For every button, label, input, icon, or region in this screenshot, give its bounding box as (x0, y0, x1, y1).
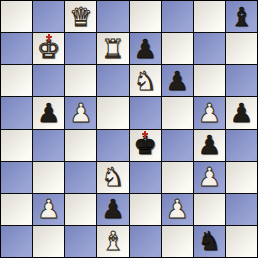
square-b2[interactable]: ♟ (33, 194, 64, 225)
square-h7[interactable] (226, 33, 257, 64)
square-g8[interactable] (194, 1, 225, 32)
square-f2[interactable]: ♟ (162, 194, 193, 225)
square-d8[interactable] (97, 1, 128, 32)
square-f4[interactable] (162, 130, 193, 161)
square-e4[interactable]: ♚ (130, 130, 161, 161)
square-a6[interactable] (1, 65, 32, 96)
piece-black-pawn: ♟ (101, 196, 124, 222)
square-e5[interactable] (130, 97, 161, 128)
square-a2[interactable] (1, 194, 32, 225)
square-c8[interactable]: ♛ (65, 1, 96, 32)
piece-black-pawn: ♟ (198, 132, 221, 158)
chess-board: ♛♝♚♜♟♞♟♟♟♟♟♚♟♞♟♟♟♟♝♞ (0, 0, 258, 258)
piece-white-rook: ♜ (101, 36, 124, 62)
piece-white-king: ♚ (37, 36, 60, 62)
piece-white-pawn: ♟ (198, 100, 221, 126)
piece-black-bishop: ♝ (230, 4, 253, 30)
square-g6[interactable] (194, 65, 225, 96)
piece-white-pawn: ♟ (198, 164, 221, 190)
square-g2[interactable] (194, 194, 225, 225)
piece-white-bishop: ♝ (101, 228, 124, 254)
square-h4[interactable] (226, 130, 257, 161)
square-b4[interactable] (33, 130, 64, 161)
square-b6[interactable] (33, 65, 64, 96)
square-b7[interactable]: ♚ (33, 33, 64, 64)
square-b5[interactable]: ♟ (33, 97, 64, 128)
square-g3[interactable]: ♟ (194, 162, 225, 193)
piece-black-king: ♚ (133, 132, 156, 158)
square-d3[interactable]: ♞ (97, 162, 128, 193)
square-b8[interactable] (33, 1, 64, 32)
square-d6[interactable] (97, 65, 128, 96)
square-f5[interactable] (162, 97, 193, 128)
piece-white-pawn: ♟ (37, 196, 60, 222)
square-a3[interactable] (1, 162, 32, 193)
square-d5[interactable] (97, 97, 128, 128)
piece-black-pawn: ♟ (133, 36, 156, 62)
square-d4[interactable] (97, 130, 128, 161)
square-g5[interactable]: ♟ (194, 97, 225, 128)
square-a5[interactable] (1, 97, 32, 128)
square-b1[interactable] (33, 226, 64, 257)
square-c7[interactable] (65, 33, 96, 64)
square-a7[interactable] (1, 33, 32, 64)
piece-white-knight: ♞ (101, 164, 124, 190)
square-h5[interactable]: ♟ (226, 97, 257, 128)
square-d7[interactable]: ♜ (97, 33, 128, 64)
square-f3[interactable] (162, 162, 193, 193)
square-g7[interactable] (194, 33, 225, 64)
square-c2[interactable] (65, 194, 96, 225)
square-h1[interactable] (226, 226, 257, 257)
square-h6[interactable] (226, 65, 257, 96)
square-c1[interactable] (65, 226, 96, 257)
square-f7[interactable] (162, 33, 193, 64)
square-a8[interactable] (1, 1, 32, 32)
piece-white-pawn: ♟ (166, 196, 189, 222)
piece-white-pawn: ♟ (69, 100, 92, 126)
square-f8[interactable] (162, 1, 193, 32)
piece-black-pawn: ♟ (230, 100, 253, 126)
square-a4[interactable] (1, 130, 32, 161)
square-h8[interactable]: ♝ (226, 1, 257, 32)
square-c5[interactable]: ♟ (65, 97, 96, 128)
square-b3[interactable] (33, 162, 64, 193)
chess-board-window: ♛♝♚♜♟♞♟♟♟♟♟♚♟♞♟♟♟♟♝♞ (0, 0, 258, 258)
square-e8[interactable] (130, 1, 161, 32)
square-e7[interactable]: ♟ (130, 33, 161, 64)
square-c6[interactable] (65, 65, 96, 96)
square-g1[interactable]: ♞ (194, 226, 225, 257)
piece-white-queen: ♛ (69, 4, 92, 30)
square-e3[interactable] (130, 162, 161, 193)
square-h3[interactable] (226, 162, 257, 193)
square-h2[interactable] (226, 194, 257, 225)
square-e1[interactable] (130, 226, 161, 257)
square-d2[interactable]: ♟ (97, 194, 128, 225)
square-e6[interactable]: ♞ (130, 65, 161, 96)
piece-white-knight: ♞ (133, 68, 156, 94)
piece-black-knight: ♞ (198, 228, 221, 254)
square-d1[interactable]: ♝ (97, 226, 128, 257)
square-a1[interactable] (1, 226, 32, 257)
piece-black-pawn: ♟ (37, 100, 60, 126)
square-c4[interactable] (65, 130, 96, 161)
square-g4[interactable]: ♟ (194, 130, 225, 161)
square-f6[interactable]: ♟ (162, 65, 193, 96)
piece-black-pawn: ♟ (166, 68, 189, 94)
square-c3[interactable] (65, 162, 96, 193)
square-f1[interactable] (162, 226, 193, 257)
square-e2[interactable] (130, 194, 161, 225)
